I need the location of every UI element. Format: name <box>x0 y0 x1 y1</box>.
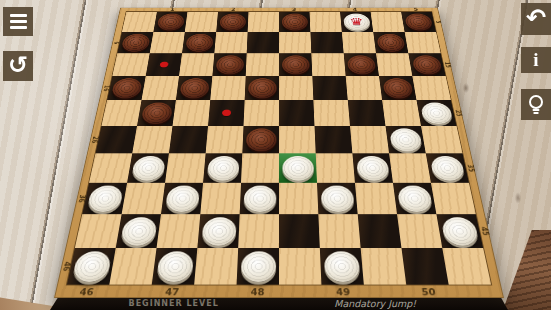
black-man[interactable] <box>346 55 376 74</box>
square-12[interactable] <box>212 53 246 76</box>
black-man[interactable] <box>215 55 244 74</box>
light-square <box>132 126 172 153</box>
square-3[interactable] <box>279 12 310 32</box>
light-square <box>244 100 279 126</box>
white-man[interactable] <box>356 156 390 181</box>
black-man[interactable] <box>245 128 276 151</box>
square-27[interactable] <box>169 126 208 153</box>
white-man[interactable] <box>240 251 276 282</box>
square-49[interactable] <box>320 248 364 284</box>
light-square <box>316 153 355 182</box>
square-32[interactable] <box>203 153 242 182</box>
square-17[interactable] <box>176 76 212 100</box>
light-square <box>150 32 185 53</box>
black-man[interactable] <box>404 13 433 30</box>
light-square <box>173 100 211 126</box>
light-square <box>318 214 360 248</box>
black-man[interactable] <box>185 34 214 52</box>
light-square <box>311 53 345 76</box>
hint-dot <box>159 62 168 68</box>
square-number-label: 1 <box>170 7 175 12</box>
light-square <box>371 12 405 32</box>
white-man[interactable] <box>420 102 453 124</box>
light-square <box>165 153 206 182</box>
black-man[interactable] <box>110 78 142 98</box>
light-square <box>238 214 279 248</box>
square-number-label: 6 <box>112 41 119 44</box>
light-square <box>185 12 218 32</box>
square-number-label: 46 <box>79 287 95 297</box>
black-man[interactable] <box>376 34 405 52</box>
square-25[interactable] <box>417 100 457 126</box>
light-square <box>200 183 241 214</box>
square-number-label: 3 <box>292 7 297 12</box>
square-1[interactable] <box>153 12 187 32</box>
white-man[interactable] <box>86 185 124 211</box>
white-man[interactable] <box>440 217 479 245</box>
square-29[interactable] <box>314 126 352 153</box>
black-man[interactable] <box>248 78 277 98</box>
square-39[interactable] <box>317 183 358 214</box>
square-number-label: 47 <box>165 287 180 297</box>
light-square <box>157 214 201 248</box>
light-square <box>248 12 279 32</box>
white-man[interactable] <box>131 156 166 181</box>
square-28[interactable] <box>242 126 279 153</box>
hint-button[interactable] <box>521 89 551 120</box>
light-square <box>179 53 214 76</box>
light-square <box>102 100 142 126</box>
light-square <box>421 126 462 153</box>
black-man[interactable] <box>120 34 150 52</box>
square-5[interactable] <box>401 12 436 32</box>
square-number-label: 5 <box>413 7 418 12</box>
square-4[interactable]: ♛ <box>340 12 373 32</box>
square-45[interactable] <box>436 214 483 248</box>
black-man[interactable] <box>140 102 173 124</box>
light-square <box>122 183 165 214</box>
white-man[interactable] <box>320 185 354 211</box>
hamburger-icon <box>10 14 27 29</box>
square-7[interactable] <box>182 32 216 53</box>
square-31[interactable] <box>127 153 169 182</box>
square-40[interactable] <box>393 183 436 214</box>
light-square <box>241 153 279 182</box>
square-36[interactable] <box>82 183 127 214</box>
square-number-label: 26 <box>90 136 99 143</box>
lightbulb-icon <box>525 93 547 117</box>
square-number-label: 45 <box>479 226 489 235</box>
light-square <box>412 76 451 100</box>
menu-button[interactable] <box>3 7 33 36</box>
square-18[interactable] <box>245 76 279 100</box>
white-man[interactable] <box>282 156 314 181</box>
light-square <box>279 76 313 100</box>
square-number-label: 16 <box>102 85 110 91</box>
light-square <box>194 248 238 284</box>
white-man[interactable] <box>206 156 239 181</box>
restart-icon: ↺ <box>8 53 28 77</box>
square-8[interactable] <box>247 32 279 53</box>
square-20[interactable] <box>379 76 417 100</box>
square-22[interactable] <box>208 100 245 126</box>
square-16[interactable] <box>107 76 146 100</box>
light-square <box>279 32 311 53</box>
light-square <box>122 12 157 32</box>
light-square <box>214 32 247 53</box>
light-square <box>75 214 122 248</box>
light-square <box>389 153 431 182</box>
info-icon: i <box>533 49 538 71</box>
square-30[interactable] <box>385 126 425 153</box>
light-square <box>313 100 350 126</box>
white-man[interactable] <box>389 128 423 151</box>
square-37[interactable] <box>161 183 203 214</box>
square-number-label: 49 <box>336 287 350 297</box>
white-man[interactable] <box>323 251 360 282</box>
square-number-label: 50 <box>421 287 436 297</box>
square-15[interactable] <box>408 53 445 76</box>
light-square <box>279 248 321 284</box>
square-number-label: 35 <box>465 164 475 172</box>
light-square <box>376 53 412 76</box>
restart-button[interactable]: ↺ <box>3 51 33 81</box>
white-man[interactable] <box>243 185 276 211</box>
board-frame: ♛ 123454647484950616263646515253545 <box>54 8 504 298</box>
square-10[interactable] <box>373 32 408 53</box>
white-man[interactable] <box>201 217 236 245</box>
square-24[interactable] <box>348 100 386 126</box>
square-23[interactable] <box>279 100 314 126</box>
status-message: Mandatory Jump! <box>334 298 416 309</box>
light-square <box>355 183 397 214</box>
square-48[interactable] <box>237 248 279 284</box>
light-square <box>382 100 421 126</box>
square-11[interactable] <box>146 53 182 76</box>
white-man[interactable] <box>120 217 158 245</box>
square-9[interactable] <box>310 32 343 53</box>
undo-button[interactable]: ↶ <box>521 3 551 35</box>
square-number-label: 2 <box>231 7 236 12</box>
black-man[interactable] <box>219 13 246 30</box>
white-man[interactable] <box>396 185 432 211</box>
white-man[interactable] <box>164 185 199 211</box>
checkers-board: ♛ 123454647484950616263646515253545 <box>54 8 504 298</box>
board-front-face: BEGINNER LEVEL Mandatory Jump! <box>50 297 508 310</box>
square-38[interactable] <box>240 183 279 214</box>
light-square <box>431 183 476 214</box>
square-41[interactable] <box>116 214 161 248</box>
square-number-label: 5 <box>434 20 441 23</box>
square-number-label: 15 <box>443 62 451 68</box>
light-square <box>210 76 245 100</box>
square-number-label: 4 <box>353 7 358 12</box>
light-square <box>109 248 156 284</box>
black-man[interactable] <box>382 78 413 98</box>
square-35[interactable] <box>426 153 469 182</box>
square-number-label: 48 <box>251 287 265 297</box>
square-19[interactable] <box>312 76 347 100</box>
square-26[interactable] <box>96 126 137 153</box>
white-man[interactable] <box>429 156 465 181</box>
square-number-label: 25 <box>453 110 462 117</box>
white-man[interactable] <box>156 251 194 282</box>
square-50[interactable] <box>401 248 448 284</box>
light-square <box>279 126 316 153</box>
square-47[interactable] <box>152 248 198 284</box>
square-46[interactable] <box>67 248 116 284</box>
square-43[interactable] <box>279 214 320 248</box>
hint-dot <box>222 110 231 117</box>
light-square <box>141 76 179 100</box>
light-square <box>279 183 318 214</box>
black-man[interactable] <box>179 78 210 98</box>
square-33[interactable] <box>279 153 317 182</box>
white-king[interactable]: ♛ <box>343 13 371 30</box>
light-square <box>246 53 279 76</box>
light-square <box>397 214 442 248</box>
board-grid: ♛ <box>67 12 491 285</box>
square-34[interactable] <box>352 153 393 182</box>
square-21[interactable] <box>137 100 176 126</box>
black-man[interactable] <box>156 13 185 30</box>
black-man[interactable] <box>281 13 307 30</box>
square-14[interactable] <box>344 53 379 76</box>
undo-icon: ↶ <box>526 6 546 30</box>
light-square <box>350 126 389 153</box>
light-square <box>346 76 382 100</box>
square-42[interactable] <box>197 214 239 248</box>
square-6[interactable] <box>117 32 153 53</box>
white-man[interactable] <box>71 251 112 282</box>
square-13[interactable] <box>279 53 312 76</box>
light-square <box>405 32 441 53</box>
info-button[interactable]: i <box>521 47 551 73</box>
light-square <box>89 153 132 182</box>
difficulty-level-label: BEGINNER LEVEL <box>129 299 219 308</box>
light-square <box>206 126 244 153</box>
black-man[interactable] <box>411 55 442 74</box>
square-2[interactable] <box>216 12 248 32</box>
king-crown-icon: ♛ <box>349 17 364 27</box>
light-square <box>310 12 342 32</box>
light-square <box>361 248 407 284</box>
light-square <box>442 248 491 284</box>
light-square <box>112 53 149 76</box>
square-44[interactable] <box>358 214 402 248</box>
black-man[interactable] <box>282 55 310 74</box>
light-square <box>342 32 376 53</box>
